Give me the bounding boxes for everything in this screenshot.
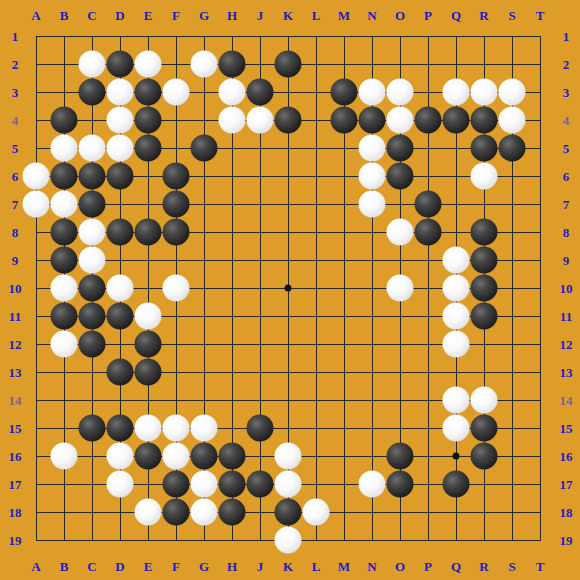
white-stone-C2 (79, 51, 106, 78)
col-label-top-C: C (87, 9, 96, 22)
row-label-right-3: 3 (563, 86, 570, 99)
white-stone-B16 (51, 443, 78, 470)
col-label-top-Q: Q (451, 9, 461, 22)
col-label-bottom-T: T (536, 560, 545, 573)
black-stone-K2 (275, 51, 302, 78)
black-stone-D15 (107, 415, 134, 442)
black-stone-C12 (79, 331, 106, 358)
black-stone-G16 (191, 443, 218, 470)
row-label-right-18: 18 (560, 506, 573, 519)
white-stone-B5 (51, 135, 78, 162)
white-stone-F10 (163, 275, 190, 302)
row-label-left-16: 16 (9, 450, 22, 463)
black-stone-F6 (163, 163, 190, 190)
row-label-left-7: 7 (12, 198, 19, 211)
white-stone-N6 (359, 163, 386, 190)
white-stone-R3 (471, 79, 498, 106)
white-stone-O8 (387, 219, 414, 246)
row-label-left-13: 13 (9, 366, 22, 379)
white-stone-A6 (23, 163, 50, 190)
col-label-bottom-B: B (60, 560, 69, 573)
black-stone-K18 (275, 499, 302, 526)
white-stone-D5 (107, 135, 134, 162)
white-stone-E2 (135, 51, 162, 78)
col-label-top-E: E (144, 9, 153, 22)
row-label-right-11: 11 (560, 310, 572, 323)
white-stone-H3 (219, 79, 246, 106)
white-stone-G2 (191, 51, 218, 78)
row-label-right-10: 10 (560, 282, 573, 295)
col-label-top-N: N (367, 9, 376, 22)
col-label-bottom-J: J (257, 560, 264, 573)
white-stone-R6 (471, 163, 498, 190)
col-label-bottom-Q: Q (451, 560, 461, 573)
black-stone-R16 (471, 443, 498, 470)
white-stone-Q14 (443, 387, 470, 414)
black-stone-H2 (219, 51, 246, 78)
black-stone-H17 (219, 471, 246, 498)
row-label-left-19: 19 (9, 534, 22, 547)
col-label-top-B: B (60, 9, 69, 22)
row-label-left-9: 9 (12, 254, 19, 267)
col-label-top-M: M (338, 9, 350, 22)
col-label-bottom-K: K (283, 560, 293, 573)
black-stone-E13 (135, 359, 162, 386)
black-stone-R9 (471, 247, 498, 274)
row-label-right-5: 5 (563, 142, 570, 155)
black-stone-J17 (247, 471, 274, 498)
white-stone-C9 (79, 247, 106, 274)
row-label-left-15: 15 (9, 422, 22, 435)
black-stone-J15 (247, 415, 274, 442)
white-stone-E11 (135, 303, 162, 330)
col-label-top-A: A (31, 9, 40, 22)
black-stone-Q17 (443, 471, 470, 498)
white-stone-F3 (163, 79, 190, 106)
black-stone-C6 (79, 163, 106, 190)
black-stone-D11 (107, 303, 134, 330)
white-stone-K17 (275, 471, 302, 498)
row-label-left-1: 1 (12, 30, 19, 43)
col-label-bottom-E: E (144, 560, 153, 573)
black-stone-P8 (415, 219, 442, 246)
white-stone-F16 (163, 443, 190, 470)
black-stone-D2 (107, 51, 134, 78)
black-stone-D8 (107, 219, 134, 246)
black-stone-C10 (79, 275, 106, 302)
white-stone-O10 (387, 275, 414, 302)
col-label-top-L: L (312, 9, 321, 22)
row-label-left-14: 14 (9, 394, 22, 407)
black-stone-H16 (219, 443, 246, 470)
white-stone-S3 (499, 79, 526, 106)
col-label-bottom-N: N (367, 560, 376, 573)
row-label-left-18: 18 (9, 506, 22, 519)
white-stone-K19 (275, 527, 302, 554)
black-stone-R8 (471, 219, 498, 246)
white-stone-C8 (79, 219, 106, 246)
row-label-left-6: 6 (12, 170, 19, 183)
col-label-bottom-P: P (424, 560, 432, 573)
col-label-bottom-O: O (395, 560, 405, 573)
col-label-bottom-A: A (31, 560, 40, 573)
black-stone-B11 (51, 303, 78, 330)
black-stone-C15 (79, 415, 106, 442)
white-stone-R14 (471, 387, 498, 414)
row-label-right-4: 4 (563, 114, 570, 127)
white-stone-Q3 (443, 79, 470, 106)
col-label-bottom-D: D (115, 560, 124, 573)
star-point-K10 (285, 285, 292, 292)
row-label-right-8: 8 (563, 226, 570, 239)
col-label-bottom-C: C (87, 560, 96, 573)
black-stone-F7 (163, 191, 190, 218)
black-stone-H18 (219, 499, 246, 526)
white-stone-G15 (191, 415, 218, 442)
star-point-Q16 (453, 453, 460, 460)
row-label-right-9: 9 (563, 254, 570, 267)
col-label-top-J: J (257, 9, 264, 22)
go-board[interactable]: AABBCCDDEEFFGGHHJJKKLLMMNNOOPPQQRRSSTT11… (0, 0, 580, 580)
black-stone-B4 (51, 107, 78, 134)
black-stone-O5 (387, 135, 414, 162)
black-stone-R11 (471, 303, 498, 330)
white-stone-K16 (275, 443, 302, 470)
black-stone-C3 (79, 79, 106, 106)
white-stone-B10 (51, 275, 78, 302)
row-label-right-19: 19 (560, 534, 573, 547)
col-label-bottom-L: L (312, 560, 321, 573)
black-stone-C7 (79, 191, 106, 218)
row-label-left-12: 12 (9, 338, 22, 351)
black-stone-R15 (471, 415, 498, 442)
row-label-right-6: 6 (563, 170, 570, 183)
white-stone-Q11 (443, 303, 470, 330)
col-label-top-H: H (227, 9, 237, 22)
col-label-top-F: F (172, 9, 180, 22)
col-label-bottom-R: R (479, 560, 488, 573)
col-label-top-P: P (424, 9, 432, 22)
black-stone-R10 (471, 275, 498, 302)
black-stone-S5 (499, 135, 526, 162)
black-stone-M4 (331, 107, 358, 134)
white-stone-B12 (51, 331, 78, 358)
black-stone-E16 (135, 443, 162, 470)
black-stone-E8 (135, 219, 162, 246)
row-label-left-2: 2 (12, 58, 19, 71)
white-stone-F15 (163, 415, 190, 442)
black-stone-O17 (387, 471, 414, 498)
col-label-top-O: O (395, 9, 405, 22)
row-label-left-3: 3 (12, 86, 19, 99)
black-stone-E3 (135, 79, 162, 106)
black-stone-J3 (247, 79, 274, 106)
black-stone-O6 (387, 163, 414, 190)
row-label-right-16: 16 (560, 450, 573, 463)
white-stone-N17 (359, 471, 386, 498)
col-label-bottom-F: F (172, 560, 180, 573)
white-stone-E18 (135, 499, 162, 526)
black-stone-D13 (107, 359, 134, 386)
white-stone-G17 (191, 471, 218, 498)
row-label-right-14: 14 (560, 394, 573, 407)
white-stone-B7 (51, 191, 78, 218)
row-label-left-10: 10 (9, 282, 22, 295)
col-label-bottom-G: G (199, 560, 209, 573)
black-stone-E12 (135, 331, 162, 358)
white-stone-C5 (79, 135, 106, 162)
col-label-top-T: T (536, 9, 545, 22)
white-stone-O4 (387, 107, 414, 134)
white-stone-D4 (107, 107, 134, 134)
black-stone-B9 (51, 247, 78, 274)
row-label-right-12: 12 (560, 338, 573, 351)
black-stone-P4 (415, 107, 442, 134)
row-label-right-13: 13 (560, 366, 573, 379)
col-label-top-R: R (479, 9, 488, 22)
row-label-right-1: 1 (563, 30, 570, 43)
black-stone-O16 (387, 443, 414, 470)
col-label-top-D: D (115, 9, 124, 22)
black-stone-K4 (275, 107, 302, 134)
black-stone-D6 (107, 163, 134, 190)
black-stone-P7 (415, 191, 442, 218)
black-stone-F18 (163, 499, 190, 526)
black-stone-R5 (471, 135, 498, 162)
black-stone-M3 (331, 79, 358, 106)
white-stone-J4 (247, 107, 274, 134)
white-stone-Q10 (443, 275, 470, 302)
row-label-left-5: 5 (12, 142, 19, 155)
white-stone-L18 (303, 499, 330, 526)
black-stone-F8 (163, 219, 190, 246)
row-label-left-17: 17 (9, 478, 22, 491)
col-label-top-G: G (199, 9, 209, 22)
row-label-left-4: 4 (12, 114, 19, 127)
black-stone-B6 (51, 163, 78, 190)
col-label-bottom-M: M (338, 560, 350, 573)
black-stone-G5 (191, 135, 218, 162)
white-stone-D3 (107, 79, 134, 106)
col-label-bottom-S: S (508, 560, 515, 573)
white-stone-N3 (359, 79, 386, 106)
white-stone-Q12 (443, 331, 470, 358)
row-label-right-7: 7 (563, 198, 570, 211)
black-stone-C11 (79, 303, 106, 330)
black-stone-E4 (135, 107, 162, 134)
white-stone-A7 (23, 191, 50, 218)
white-stone-O3 (387, 79, 414, 106)
white-stone-D10 (107, 275, 134, 302)
black-stone-E5 (135, 135, 162, 162)
row-label-right-17: 17 (560, 478, 573, 491)
col-label-top-S: S (508, 9, 515, 22)
white-stone-E15 (135, 415, 162, 442)
black-stone-F17 (163, 471, 190, 498)
black-stone-R4 (471, 107, 498, 134)
white-stone-N5 (359, 135, 386, 162)
white-stone-N7 (359, 191, 386, 218)
col-label-bottom-H: H (227, 560, 237, 573)
black-stone-B8 (51, 219, 78, 246)
white-stone-D17 (107, 471, 134, 498)
white-stone-S4 (499, 107, 526, 134)
white-stone-G18 (191, 499, 218, 526)
row-label-left-8: 8 (12, 226, 19, 239)
white-stone-H4 (219, 107, 246, 134)
row-label-right-2: 2 (563, 58, 570, 71)
col-label-top-K: K (283, 9, 293, 22)
white-stone-Q9 (443, 247, 470, 274)
black-stone-Q4 (443, 107, 470, 134)
black-stone-N4 (359, 107, 386, 134)
white-stone-Q15 (443, 415, 470, 442)
row-label-right-15: 15 (560, 422, 573, 435)
white-stone-D16 (107, 443, 134, 470)
row-label-left-11: 11 (9, 310, 21, 323)
